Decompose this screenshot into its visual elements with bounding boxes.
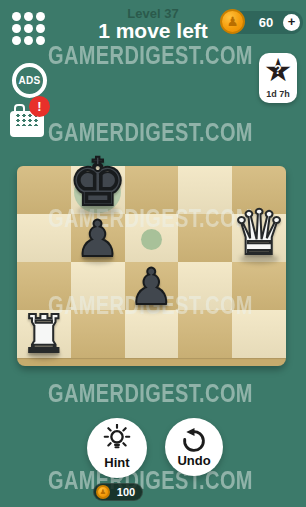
board-cell[interactable] (17, 262, 71, 310)
board-cell[interactable] (178, 214, 232, 262)
board-cell[interactable] (125, 310, 179, 358)
board-cell[interactable] (178, 262, 232, 310)
watermark-text: GAMERDIGEST.COM (48, 381, 253, 406)
lightbulb-icon (101, 424, 133, 456)
star-question-mark: ? (259, 63, 297, 77)
undo-button[interactable]: Undo (165, 418, 223, 476)
hint-button[interactable]: Hint (87, 418, 147, 478)
board-cell[interactable] (178, 166, 232, 214)
ads-label: ADS (12, 75, 47, 86)
board-cell[interactable] (125, 166, 179, 214)
board-cell[interactable] (17, 166, 71, 214)
hint-cost-pill: ♟ 100 (93, 483, 143, 501)
board-cell[interactable] (17, 214, 71, 262)
watermark-text: GAMERDIGEST.COM (48, 43, 253, 68)
coin-counter[interactable]: ♟ 60 + (221, 11, 303, 34)
coin-icon: ♟ (220, 9, 245, 34)
notification-badge: ! (29, 96, 50, 117)
black-pawn-piece[interactable]: ♟ (75, 214, 120, 264)
board-cell[interactable] (71, 310, 125, 358)
hint-cost-value: 100 (111, 486, 141, 498)
coin-count: 60 (249, 15, 283, 30)
legal-move-dot[interactable] (141, 229, 162, 250)
add-coins-button[interactable]: + (283, 14, 300, 31)
black-king-piece[interactable]: ♚ (68, 150, 127, 216)
mystery-star-card[interactable]: ★ ? 1d 7h (259, 53, 297, 103)
black-pawn-piece[interactable]: ♟ (129, 262, 174, 312)
white-queen-piece[interactable]: ♛ (231, 202, 287, 264)
board-cell[interactable] (71, 262, 125, 310)
coin-icon: ♟ (96, 485, 110, 499)
white-rook-piece[interactable]: ♜ (21, 308, 68, 360)
board-cell[interactable] (232, 262, 286, 310)
undo-label: Undo (165, 453, 223, 468)
board-cell[interactable] (232, 310, 286, 358)
daily-calendar-button[interactable]: ! (10, 104, 50, 140)
watermark-text: GAMERDIGEST.COM (48, 468, 253, 493)
undo-arrow-icon (178, 424, 210, 456)
ads-button[interactable]: ADS (12, 63, 47, 98)
star-timer: 1d 7h (259, 89, 297, 99)
watermark-text: GAMERDIGEST.COM (48, 120, 253, 145)
board-cell[interactable] (178, 310, 232, 358)
hint-label: Hint (87, 455, 147, 470)
